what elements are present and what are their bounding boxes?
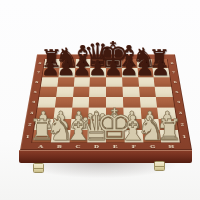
rank-label-right-7: 7 <box>171 71 175 74</box>
square-f4 <box>122 97 140 108</box>
file-label-bottom-f: F <box>131 144 136 149</box>
square-d5 <box>89 87 106 97</box>
file-label-top-c: C <box>81 55 85 58</box>
square-h7 <box>152 68 169 77</box>
square-f1 <box>123 130 142 142</box>
square-b5 <box>55 87 72 97</box>
square-d4 <box>88 97 105 108</box>
file-label-bottom-d: D <box>94 144 99 149</box>
square-a2 <box>34 119 53 131</box>
square-d2 <box>88 119 106 131</box>
hinge-right <box>154 161 165 171</box>
file-label-top-b: B <box>66 55 70 58</box>
file-label-bottom-a: A <box>38 144 44 149</box>
board-frame: AABBCCDDEEFFGGHH8877665544332211 <box>20 54 192 150</box>
square-b3 <box>53 107 71 118</box>
rank-label-left-5: 5 <box>33 90 37 94</box>
square-a3 <box>35 107 54 118</box>
rank-label-right-3: 3 <box>178 111 182 115</box>
rank-label-left-1: 1 <box>25 134 29 139</box>
rank-label-right-1: 1 <box>182 134 186 139</box>
rank-label-right-5: 5 <box>174 90 178 94</box>
square-f8 <box>121 59 137 68</box>
square-g4 <box>139 97 157 108</box>
file-label-bottom-c: C <box>75 144 80 149</box>
file-label-bottom-b: B <box>56 144 61 149</box>
square-e7 <box>106 68 122 77</box>
square-b6 <box>57 77 74 87</box>
rank-label-left-8: 8 <box>38 62 41 65</box>
square-e3 <box>106 107 124 118</box>
square-c6 <box>73 77 90 87</box>
square-b4 <box>54 97 72 108</box>
square-b2 <box>52 119 71 131</box>
rank-label-right-6: 6 <box>173 80 177 84</box>
rank-label-left-3: 3 <box>29 111 33 115</box>
chess-board: AABBCCDDEEFFGGHH8877665544332211 <box>20 54 192 150</box>
file-label-bottom-e: E <box>112 144 117 149</box>
square-g6 <box>137 77 154 87</box>
square-f2 <box>123 119 141 131</box>
square-h8 <box>151 59 168 68</box>
square-e2 <box>106 119 124 131</box>
square-d3 <box>88 107 106 118</box>
square-h1 <box>159 130 179 142</box>
square-c3 <box>70 107 88 118</box>
square-g3 <box>140 107 158 118</box>
file-label-bottom-g: G <box>149 144 155 149</box>
square-c7 <box>74 68 90 77</box>
square-c5 <box>72 87 89 97</box>
square-g8 <box>136 59 152 68</box>
square-f7 <box>121 68 137 77</box>
file-label-bottom-h: H <box>168 144 174 149</box>
rank-label-left-6: 6 <box>35 80 39 84</box>
file-label-top-e: E <box>111 55 115 58</box>
square-c1 <box>69 130 88 142</box>
square-f5 <box>122 87 139 97</box>
square-d7 <box>90 68 106 77</box>
square-b1 <box>50 130 69 142</box>
square-g2 <box>141 119 160 131</box>
square-g7 <box>137 68 154 77</box>
square-f6 <box>121 77 138 87</box>
product-photo-scene: AABBCCDDEEFFGGHH8877665544332211 ♜♞♝♛♚♝♞… <box>0 0 200 200</box>
board-squares <box>32 59 180 142</box>
board-front-edge <box>19 150 192 163</box>
square-a6 <box>40 77 57 87</box>
file-label-top-g: G <box>141 55 146 58</box>
square-h3 <box>157 107 176 118</box>
square-a1 <box>32 130 52 142</box>
square-e6 <box>106 77 122 87</box>
rank-label-right-2: 2 <box>180 122 184 126</box>
hinge-left <box>33 163 44 173</box>
square-g1 <box>141 130 160 142</box>
square-e5 <box>106 87 123 97</box>
rank-label-right-4: 4 <box>176 100 180 104</box>
square-h5 <box>154 87 172 97</box>
square-a4 <box>37 97 55 108</box>
file-label-top-f: F <box>126 55 130 58</box>
square-a5 <box>39 87 57 97</box>
square-d8 <box>90 59 106 68</box>
square-c2 <box>70 119 88 131</box>
rank-label-right-8: 8 <box>170 62 173 65</box>
square-d1 <box>87 130 105 142</box>
square-b7 <box>58 68 75 77</box>
file-label-top-a: A <box>50 55 55 58</box>
square-e4 <box>106 97 123 108</box>
square-f3 <box>123 107 141 118</box>
square-e1 <box>106 130 124 142</box>
square-a8 <box>43 59 60 68</box>
square-h6 <box>153 77 170 87</box>
square-h2 <box>158 119 177 131</box>
square-d6 <box>89 77 105 87</box>
file-label-top-d: D <box>96 55 100 58</box>
rank-label-left-2: 2 <box>27 122 31 126</box>
rank-label-left-4: 4 <box>31 100 35 104</box>
square-a7 <box>42 68 59 77</box>
square-e8 <box>106 59 122 68</box>
square-c4 <box>71 97 89 108</box>
file-label-top-h: H <box>156 55 161 58</box>
rank-label-left-7: 7 <box>36 71 40 74</box>
square-b8 <box>59 59 75 68</box>
square-h4 <box>156 97 174 108</box>
square-c8 <box>74 59 90 68</box>
square-g5 <box>138 87 155 97</box>
